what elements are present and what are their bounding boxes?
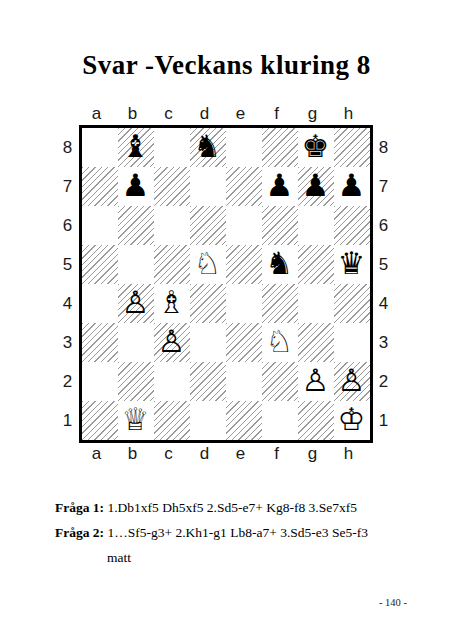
file-label-c: c [151, 103, 187, 125]
white-pawn: ♙ [122, 283, 150, 322]
file-label-f: f [259, 103, 295, 125]
file-label-a: a [79, 103, 115, 125]
rank-label-3: 3 [373, 323, 395, 362]
page-title: Svar -Veckans kluring 8 [0, 50, 453, 81]
square-h3 [334, 323, 370, 362]
square-h8 [334, 128, 370, 167]
rank-label-4: 4 [57, 284, 79, 323]
square-e8 [226, 128, 262, 167]
square-h2: ♙ [334, 362, 370, 401]
question-2-label: Fråga 2: [55, 525, 104, 540]
square-c4: ♗ [154, 284, 190, 323]
white-bishop: ♗ [158, 283, 186, 322]
square-e3 [226, 323, 262, 362]
white-pawn: ♙ [338, 361, 366, 400]
rank-label-3: 3 [57, 323, 79, 362]
file-label-b: b [115, 103, 151, 125]
rank-label-2: 2 [57, 362, 79, 401]
black-king: ♚ [302, 127, 330, 166]
square-d4 [190, 284, 226, 323]
rank-label-1: 1 [373, 401, 395, 440]
question-2-moves: 1…Sf5-g3+ 2.Kh1-g1 Lb8-a7+ 3.Sd5-e3 Se5-… [107, 525, 367, 540]
square-c7 [154, 167, 190, 206]
file-label-d: d [187, 103, 223, 125]
square-f5: ♞ [262, 245, 298, 284]
square-b5 [118, 245, 154, 284]
square-h1: ♔ [334, 401, 370, 440]
square-b1: ♕ [118, 401, 154, 440]
rank-label-7: 7 [373, 167, 395, 206]
black-pawn: ♟ [266, 166, 294, 205]
square-b4: ♙ [118, 284, 154, 323]
square-d2 [190, 362, 226, 401]
file-label-e: e [223, 103, 259, 125]
square-b8: ♝ [118, 128, 154, 167]
rank-label-6: 6 [373, 206, 395, 245]
square-e1 [226, 401, 262, 440]
square-g3 [298, 323, 334, 362]
square-f8 [262, 128, 298, 167]
file-label-g: g [295, 103, 331, 125]
square-a8 [82, 128, 118, 167]
solution-line-1: Fråga 1: 1.Db1xf5 Dh5xf5 2.Sd5-e7+ Kg8-f… [55, 495, 453, 520]
square-h5: ♛ [334, 245, 370, 284]
square-g1 [298, 401, 334, 440]
square-b7: ♟ [118, 167, 154, 206]
board: ♝♞♚♟♟♟♟♘♞♛♙♗♙♘♙♙♕♔ [79, 125, 373, 443]
rank-label-8: 8 [373, 128, 395, 167]
black-pawn: ♟ [338, 166, 366, 205]
question-1-label: Fråga 1: [55, 500, 104, 515]
square-f3: ♘ [262, 323, 298, 362]
square-d7 [190, 167, 226, 206]
file-label-f: f [259, 443, 295, 465]
square-d1 [190, 401, 226, 440]
white-knight: ♘ [266, 322, 294, 361]
black-pawn: ♟ [122, 166, 150, 205]
square-e6 [226, 206, 262, 245]
square-d6 [190, 206, 226, 245]
square-a7 [82, 167, 118, 206]
square-e7 [226, 167, 262, 206]
square-d3 [190, 323, 226, 362]
square-e2 [226, 362, 262, 401]
square-b6 [118, 206, 154, 245]
rank-label-2: 2 [373, 362, 395, 401]
chess-diagram: abcdefgh 87654321 ♝♞♚♟♟♟♟♘♞♛♙♗♙♘♙♙♕♔ 876… [57, 103, 397, 465]
square-e5 [226, 245, 262, 284]
square-f6 [262, 206, 298, 245]
rank-label-8: 8 [57, 128, 79, 167]
rank-labels-left: 87654321 [57, 125, 79, 443]
square-b2 [118, 362, 154, 401]
rank-label-5: 5 [57, 245, 79, 284]
square-a5 [82, 245, 118, 284]
file-labels-bottom: abcdefgh [79, 443, 397, 465]
rank-labels-right: 87654321 [373, 125, 395, 443]
square-b3 [118, 323, 154, 362]
square-c5 [154, 245, 190, 284]
square-g8: ♚ [298, 128, 334, 167]
square-f7: ♟ [262, 167, 298, 206]
rank-label-6: 6 [57, 206, 79, 245]
solution-line-2: Fråga 2: 1…Sf5-g3+ 2.Kh1-g1 Lb8-a7+ 3.Sd… [55, 520, 453, 545]
rank-label-4: 4 [373, 284, 395, 323]
square-a4 [82, 284, 118, 323]
square-g5 [298, 245, 334, 284]
square-g4 [298, 284, 334, 323]
square-g6 [298, 206, 334, 245]
square-a2 [82, 362, 118, 401]
file-label-b: b [115, 443, 151, 465]
square-f2 [262, 362, 298, 401]
file-label-h: h [331, 443, 367, 465]
white-king: ♔ [338, 400, 366, 439]
square-c1 [154, 401, 190, 440]
white-pawn: ♙ [302, 361, 330, 400]
square-a6 [82, 206, 118, 245]
square-d8: ♞ [190, 128, 226, 167]
solution-line-3: matt [55, 545, 453, 570]
square-d5: ♘ [190, 245, 226, 284]
rank-label-5: 5 [373, 245, 395, 284]
square-h7: ♟ [334, 167, 370, 206]
black-knight: ♞ [266, 244, 294, 283]
white-queen: ♕ [122, 400, 150, 439]
page-number: - 140 - [379, 597, 407, 608]
square-c6 [154, 206, 190, 245]
file-labels-top: abcdefgh [79, 103, 397, 125]
square-a3 [82, 323, 118, 362]
square-c3: ♙ [154, 323, 190, 362]
file-label-g: g [295, 443, 331, 465]
square-c2 [154, 362, 190, 401]
file-label-e: e [223, 443, 259, 465]
solution-text: Fråga 1: 1.Db1xf5 Dh5xf5 2.Sd5-e7+ Kg8-f… [55, 495, 453, 570]
black-bishop: ♝ [122, 127, 150, 166]
file-label-a: a [79, 443, 115, 465]
rank-label-1: 1 [57, 401, 79, 440]
file-label-c: c [151, 443, 187, 465]
square-h4 [334, 284, 370, 323]
white-pawn: ♙ [158, 322, 186, 361]
square-e4 [226, 284, 262, 323]
square-f4 [262, 284, 298, 323]
rank-label-7: 7 [57, 167, 79, 206]
black-knight: ♞ [194, 127, 222, 166]
square-c8 [154, 128, 190, 167]
question-1-moves: 1.Db1xf5 Dh5xf5 2.Sd5-e7+ Kg8-f8 3.Se7xf… [107, 500, 356, 515]
file-label-d: d [187, 443, 223, 465]
square-a1 [82, 401, 118, 440]
square-h6 [334, 206, 370, 245]
black-pawn: ♟ [302, 166, 330, 205]
square-f1 [262, 401, 298, 440]
file-label-h: h [331, 103, 367, 125]
white-knight: ♘ [194, 244, 222, 283]
square-g7: ♟ [298, 167, 334, 206]
square-g2: ♙ [298, 362, 334, 401]
black-queen: ♛ [338, 244, 366, 283]
